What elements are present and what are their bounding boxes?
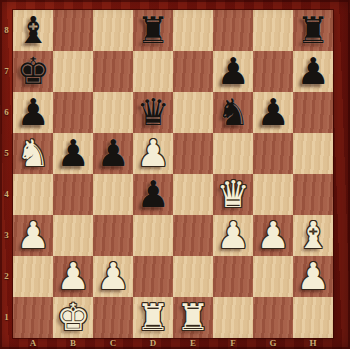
square-e5[interactable] <box>173 133 213 174</box>
square-h4[interactable] <box>293 174 333 215</box>
square-e4[interactable] <box>173 174 213 215</box>
square-c3[interactable] <box>93 215 133 256</box>
square-e2[interactable] <box>173 256 213 297</box>
square-a5[interactable]: ♞ <box>13 133 53 174</box>
rank-labels: 87654321 <box>0 10 13 338</box>
piece-black-pawn[interactable]: ♟ <box>56 135 89 172</box>
piece-white-rook[interactable]: ♜ <box>136 299 169 336</box>
square-f5[interactable] <box>213 133 253 174</box>
square-h8[interactable]: ♜ <box>293 10 333 51</box>
piece-black-pawn[interactable]: ♟ <box>256 94 289 131</box>
square-e7[interactable] <box>173 51 213 92</box>
square-g3[interactable]: ♟ <box>253 215 293 256</box>
chess-board-frame: 87654321 ♝♜♜♚♟♟♟♛♞♟♞♟♟♟♟♛♟♟♟♝♟♟♟♚♜♜ ABCD… <box>0 0 350 349</box>
square-b4[interactable] <box>53 174 93 215</box>
rank-label-2: 2 <box>0 256 13 297</box>
square-a6[interactable]: ♟ <box>13 92 53 133</box>
file-label-e: E <box>173 338 213 349</box>
square-a8[interactable]: ♝ <box>13 10 53 51</box>
square-a1[interactable] <box>13 297 53 338</box>
rank-label-3: 3 <box>0 215 13 256</box>
square-b7[interactable] <box>53 51 93 92</box>
square-a7[interactable]: ♚ <box>13 51 53 92</box>
square-c2[interactable]: ♟ <box>93 256 133 297</box>
square-d5[interactable]: ♟ <box>133 133 173 174</box>
square-h5[interactable] <box>293 133 333 174</box>
piece-white-pawn[interactable]: ♟ <box>256 217 289 254</box>
square-d4[interactable]: ♟ <box>133 174 173 215</box>
square-e1[interactable]: ♜ <box>173 297 213 338</box>
piece-black-pawn[interactable]: ♟ <box>296 53 329 90</box>
piece-white-pawn[interactable]: ♟ <box>296 258 329 295</box>
square-d2[interactable] <box>133 256 173 297</box>
piece-black-rook[interactable]: ♜ <box>296 12 329 49</box>
square-f8[interactable] <box>213 10 253 51</box>
square-c1[interactable] <box>93 297 133 338</box>
rank-label-5: 5 <box>0 133 13 174</box>
piece-black-pawn[interactable]: ♟ <box>136 176 169 213</box>
square-e6[interactable] <box>173 92 213 133</box>
square-c8[interactable] <box>93 10 133 51</box>
file-label-f: F <box>213 338 253 349</box>
square-f1[interactable] <box>213 297 253 338</box>
file-label-g: G <box>253 338 293 349</box>
square-g1[interactable] <box>253 297 293 338</box>
piece-white-bishop[interactable]: ♝ <box>296 217 329 254</box>
piece-black-knight[interactable]: ♞ <box>216 94 249 131</box>
square-b6[interactable] <box>53 92 93 133</box>
file-label-a: A <box>13 338 53 349</box>
square-a3[interactable]: ♟ <box>13 215 53 256</box>
square-f2[interactable] <box>213 256 253 297</box>
square-g6[interactable]: ♟ <box>253 92 293 133</box>
square-b1[interactable]: ♚ <box>53 297 93 338</box>
square-h6[interactable] <box>293 92 333 133</box>
square-g4[interactable] <box>253 174 293 215</box>
rank-label-1: 1 <box>0 297 13 338</box>
square-g8[interactable] <box>253 10 293 51</box>
square-c4[interactable] <box>93 174 133 215</box>
square-d8[interactable]: ♜ <box>133 10 173 51</box>
square-e3[interactable] <box>173 215 213 256</box>
piece-white-rook[interactable]: ♜ <box>176 299 209 336</box>
square-h7[interactable]: ♟ <box>293 51 333 92</box>
square-c6[interactable] <box>93 92 133 133</box>
rank-label-4: 4 <box>0 174 13 215</box>
piece-black-pawn[interactable]: ♟ <box>96 135 129 172</box>
piece-white-pawn[interactable]: ♟ <box>16 217 49 254</box>
square-a4[interactable] <box>13 174 53 215</box>
piece-black-bishop[interactable]: ♝ <box>16 12 49 49</box>
square-c7[interactable] <box>93 51 133 92</box>
square-e8[interactable] <box>173 10 213 51</box>
square-g5[interactable] <box>253 133 293 174</box>
file-label-h: H <box>293 338 333 349</box>
piece-white-pawn[interactable]: ♟ <box>96 258 129 295</box>
square-d7[interactable] <box>133 51 173 92</box>
square-f3[interactable]: ♟ <box>213 215 253 256</box>
piece-white-queen[interactable]: ♛ <box>216 176 249 213</box>
square-f4[interactable]: ♛ <box>213 174 253 215</box>
square-d3[interactable] <box>133 215 173 256</box>
piece-black-king[interactable]: ♚ <box>16 53 49 90</box>
piece-white-pawn[interactable]: ♟ <box>56 258 89 295</box>
square-b8[interactable] <box>53 10 93 51</box>
square-h1[interactable] <box>293 297 333 338</box>
rank-label-6: 6 <box>0 92 13 133</box>
square-h3[interactable]: ♝ <box>293 215 333 256</box>
rank-label-7: 7 <box>0 51 13 92</box>
piece-black-queen[interactable]: ♛ <box>136 94 169 131</box>
square-a2[interactable] <box>13 256 53 297</box>
square-d6[interactable]: ♛ <box>133 92 173 133</box>
file-labels: ABCDEFGH <box>13 338 333 349</box>
square-g7[interactable] <box>253 51 293 92</box>
square-b5[interactable]: ♟ <box>53 133 93 174</box>
piece-white-knight[interactable]: ♞ <box>16 135 49 172</box>
chess-board: ♝♜♜♚♟♟♟♛♞♟♞♟♟♟♟♛♟♟♟♝♟♟♟♚♜♜ <box>13 10 333 338</box>
piece-black-pawn[interactable]: ♟ <box>216 53 249 90</box>
rank-label-8: 8 <box>0 10 13 51</box>
piece-black-rook[interactable]: ♜ <box>136 12 169 49</box>
square-b3[interactable] <box>53 215 93 256</box>
piece-white-pawn[interactable]: ♟ <box>216 217 249 254</box>
square-h2[interactable]: ♟ <box>293 256 333 297</box>
piece-black-pawn[interactable]: ♟ <box>16 94 49 131</box>
piece-white-king[interactable]: ♚ <box>56 299 89 336</box>
file-label-d: D <box>133 338 173 349</box>
piece-white-pawn[interactable]: ♟ <box>136 135 169 172</box>
file-label-c: C <box>93 338 133 349</box>
square-c5[interactable]: ♟ <box>93 133 133 174</box>
square-g2[interactable] <box>253 256 293 297</box>
square-f6[interactable]: ♞ <box>213 92 253 133</box>
square-d1[interactable]: ♜ <box>133 297 173 338</box>
square-b2[interactable]: ♟ <box>53 256 93 297</box>
file-label-b: B <box>53 338 93 349</box>
square-f7[interactable]: ♟ <box>213 51 253 92</box>
